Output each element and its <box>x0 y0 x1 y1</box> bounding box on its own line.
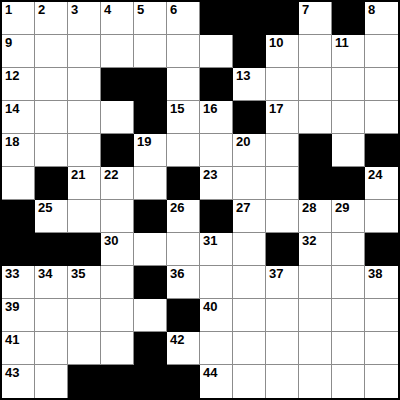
clue-number: 22 <box>104 168 118 182</box>
clue-number: 9 <box>5 36 12 50</box>
letter-cell[interactable] <box>332 68 365 101</box>
letter-cell[interactable] <box>101 332 134 365</box>
letter-cell[interactable] <box>200 266 233 299</box>
clue-number: 28 <box>302 201 316 215</box>
letter-cell[interactable] <box>266 200 299 233</box>
letter-cell[interactable]: 12 <box>2 68 35 101</box>
letter-cell[interactable] <box>35 365 68 398</box>
block-cell <box>35 167 68 200</box>
letter-cell[interactable] <box>365 365 398 398</box>
clue-number: 12 <box>5 69 19 83</box>
letter-cell[interactable]: 16 <box>200 101 233 134</box>
letter-cell[interactable] <box>332 332 365 365</box>
letter-cell[interactable]: 23 <box>200 167 233 200</box>
letter-cell[interactable]: 17 <box>266 101 299 134</box>
clue-number: 39 <box>5 300 19 314</box>
clue-number: 8 <box>368 3 375 17</box>
block-cell <box>101 68 134 101</box>
letter-cell[interactable] <box>233 332 266 365</box>
clue-number: 2 <box>38 3 45 17</box>
block-cell <box>68 233 101 266</box>
clue-number: 40 <box>203 300 217 314</box>
letter-cell[interactable]: 26 <box>167 200 200 233</box>
letter-cell[interactable]: 2 <box>35 2 68 35</box>
clue-number: 6 <box>170 3 177 17</box>
letter-cell[interactable]: 39 <box>2 299 35 332</box>
letter-cell[interactable] <box>68 35 101 68</box>
block-cell <box>167 365 200 398</box>
letter-cell[interactable] <box>365 332 398 365</box>
clue-number: 5 <box>137 3 144 17</box>
block-cell <box>200 68 233 101</box>
block-cell <box>365 233 398 266</box>
letter-cell[interactable] <box>68 299 101 332</box>
letter-cell[interactable] <box>134 35 167 68</box>
block-cell <box>101 365 134 398</box>
clue-number: 14 <box>5 102 19 116</box>
letter-cell[interactable] <box>299 35 332 68</box>
letter-cell[interactable]: 28 <box>299 200 332 233</box>
letter-cell[interactable] <box>266 332 299 365</box>
clue-number: 27 <box>236 201 250 215</box>
letter-cell[interactable] <box>167 35 200 68</box>
clue-number: 16 <box>203 102 217 116</box>
letter-cell[interactable]: 25 <box>35 200 68 233</box>
clue-number: 43 <box>5 366 19 380</box>
letter-cell[interactable]: 14 <box>2 101 35 134</box>
block-cell <box>266 2 299 35</box>
letter-cell[interactable]: 6 <box>167 2 200 35</box>
letter-cell[interactable] <box>332 233 365 266</box>
letter-cell[interactable] <box>200 332 233 365</box>
letter-cell[interactable] <box>299 266 332 299</box>
letter-cell[interactable] <box>167 68 200 101</box>
block-cell <box>134 266 167 299</box>
letter-cell[interactable]: 1 <box>2 2 35 35</box>
letter-cell[interactable]: 21 <box>68 167 101 200</box>
letter-cell[interactable]: 22 <box>101 167 134 200</box>
clue-number: 3 <box>71 3 78 17</box>
letter-cell[interactable] <box>266 167 299 200</box>
clue-number: 7 <box>302 3 309 17</box>
clue-number: 31 <box>203 234 217 248</box>
letter-cell[interactable] <box>266 68 299 101</box>
letter-cell[interactable] <box>200 134 233 167</box>
letter-cell[interactable]: 4 <box>101 2 134 35</box>
letter-cell[interactable] <box>365 101 398 134</box>
letter-cell[interactable] <box>35 134 68 167</box>
letter-cell[interactable] <box>101 35 134 68</box>
letter-cell[interactable] <box>2 167 35 200</box>
letter-cell[interactable]: 34 <box>35 266 68 299</box>
letter-cell[interactable] <box>266 134 299 167</box>
clue-number: 24 <box>368 168 382 182</box>
letter-cell[interactable] <box>134 233 167 266</box>
letter-cell[interactable] <box>365 68 398 101</box>
letter-cell[interactable] <box>68 200 101 233</box>
letter-cell[interactable]: 35 <box>68 266 101 299</box>
block-cell <box>200 2 233 35</box>
clue-number: 33 <box>5 267 19 281</box>
clue-number: 37 <box>269 267 283 281</box>
clue-number: 30 <box>104 234 118 248</box>
clue-number: 32 <box>302 234 316 248</box>
block-cell <box>2 233 35 266</box>
letter-cell[interactable] <box>332 101 365 134</box>
letter-cell[interactable]: 7 <box>299 2 332 35</box>
letter-cell[interactable] <box>365 299 398 332</box>
clue-number: 38 <box>368 267 382 281</box>
block-cell <box>101 134 134 167</box>
clue-number: 21 <box>71 168 85 182</box>
letter-cell[interactable]: 36 <box>167 266 200 299</box>
block-cell <box>134 68 167 101</box>
block-cell <box>200 200 233 233</box>
letter-cell[interactable] <box>35 35 68 68</box>
block-cell <box>332 167 365 200</box>
letter-cell[interactable] <box>266 299 299 332</box>
letter-cell[interactable]: 42 <box>167 332 200 365</box>
letter-cell[interactable]: 19 <box>134 134 167 167</box>
letter-cell[interactable]: 40 <box>200 299 233 332</box>
clue-number: 36 <box>170 267 184 281</box>
letter-cell[interactable] <box>332 266 365 299</box>
letter-cell[interactable] <box>68 68 101 101</box>
letter-cell[interactable] <box>233 233 266 266</box>
letter-cell[interactable] <box>68 101 101 134</box>
letter-cell[interactable]: 5 <box>134 2 167 35</box>
letter-cell[interactable] <box>233 365 266 398</box>
letter-cell[interactable] <box>101 200 134 233</box>
letter-cell[interactable]: 29 <box>332 200 365 233</box>
letter-cell[interactable] <box>233 266 266 299</box>
letter-cell[interactable] <box>365 35 398 68</box>
letter-cell[interactable]: 37 <box>266 266 299 299</box>
clue-number: 4 <box>104 3 111 17</box>
clue-number: 42 <box>170 333 184 347</box>
block-cell <box>332 2 365 35</box>
letter-cell[interactable]: 30 <box>101 233 134 266</box>
letter-cell[interactable] <box>134 299 167 332</box>
block-cell <box>68 365 101 398</box>
clue-number: 17 <box>269 102 283 116</box>
letter-cell[interactable]: 24 <box>365 167 398 200</box>
block-cell <box>266 233 299 266</box>
block-cell <box>134 101 167 134</box>
block-cell <box>233 35 266 68</box>
clue-number: 11 <box>335 36 349 50</box>
letter-cell[interactable] <box>101 266 134 299</box>
letter-cell[interactable]: 32 <box>299 233 332 266</box>
letter-cell[interactable]: 27 <box>233 200 266 233</box>
letter-cell[interactable] <box>101 299 134 332</box>
letter-cell[interactable] <box>35 68 68 101</box>
block-cell <box>299 134 332 167</box>
letter-cell[interactable] <box>233 167 266 200</box>
clue-number: 15 <box>170 102 184 116</box>
letter-cell[interactable]: 18 <box>2 134 35 167</box>
clue-number: 44 <box>203 366 217 380</box>
letter-cell[interactable] <box>299 299 332 332</box>
block-cell <box>134 332 167 365</box>
letter-cell[interactable]: 41 <box>2 332 35 365</box>
letter-cell[interactable]: 31 <box>200 233 233 266</box>
clue-number: 35 <box>71 267 85 281</box>
block-cell <box>365 134 398 167</box>
letter-cell[interactable] <box>332 365 365 398</box>
letter-cell[interactable]: 20 <box>233 134 266 167</box>
letter-cell[interactable]: 15 <box>167 101 200 134</box>
clue-number: 13 <box>236 69 250 83</box>
letter-cell[interactable]: 11 <box>332 35 365 68</box>
block-cell <box>233 101 266 134</box>
clue-number: 19 <box>137 135 151 149</box>
letter-cell[interactable]: 8 <box>365 2 398 35</box>
clue-number: 41 <box>5 333 19 347</box>
letter-cell[interactable] <box>35 332 68 365</box>
letter-cell[interactable]: 9 <box>2 35 35 68</box>
clue-number: 34 <box>38 267 52 281</box>
letter-cell[interactable]: 3 <box>68 2 101 35</box>
letter-cell[interactable] <box>167 134 200 167</box>
letter-cell[interactable] <box>299 365 332 398</box>
letter-cell[interactable]: 43 <box>2 365 35 398</box>
letter-cell[interactable] <box>332 299 365 332</box>
letter-cell[interactable] <box>68 332 101 365</box>
clue-number: 18 <box>5 135 19 149</box>
letter-cell[interactable] <box>233 299 266 332</box>
block-cell <box>35 233 68 266</box>
crossword-board: 1234567891011121314151617181920212223242… <box>0 0 400 400</box>
letter-cell[interactable] <box>299 68 332 101</box>
block-cell <box>167 167 200 200</box>
clue-number: 23 <box>203 168 217 182</box>
letter-cell[interactable] <box>167 233 200 266</box>
letter-cell[interactable] <box>365 200 398 233</box>
clue-number: 29 <box>335 201 349 215</box>
letter-cell[interactable] <box>332 134 365 167</box>
block-cell <box>2 200 35 233</box>
block-cell <box>299 167 332 200</box>
block-cell <box>167 299 200 332</box>
letter-cell[interactable] <box>134 167 167 200</box>
letter-cell[interactable]: 44 <box>200 365 233 398</box>
letter-cell[interactable]: 33 <box>2 266 35 299</box>
letter-cell[interactable] <box>101 101 134 134</box>
letter-cell[interactable] <box>299 101 332 134</box>
block-cell <box>233 2 266 35</box>
clue-number: 26 <box>170 201 184 215</box>
letter-cell[interactable] <box>299 332 332 365</box>
letter-cell[interactable]: 38 <box>365 266 398 299</box>
letter-cell[interactable] <box>200 35 233 68</box>
letter-cell[interactable] <box>266 365 299 398</box>
clue-number: 20 <box>236 135 250 149</box>
letter-cell[interactable]: 13 <box>233 68 266 101</box>
clue-number: 10 <box>269 36 283 50</box>
clue-number: 1 <box>5 3 12 17</box>
clue-number: 25 <box>38 201 52 215</box>
block-cell <box>134 200 167 233</box>
letter-cell[interactable]: 10 <box>266 35 299 68</box>
letter-cell[interactable] <box>68 134 101 167</box>
letter-cell[interactable] <box>35 101 68 134</box>
block-cell <box>134 365 167 398</box>
letter-cell[interactable] <box>35 299 68 332</box>
